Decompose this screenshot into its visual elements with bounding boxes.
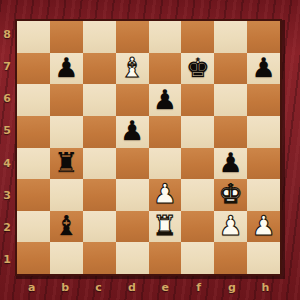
square-h8[interactable] (247, 21, 280, 53)
square-a6[interactable] (17, 84, 50, 116)
square-f4[interactable] (181, 148, 214, 180)
square-e7[interactable] (149, 53, 182, 85)
rank-label-4: 4 (0, 157, 14, 170)
square-b4[interactable]: ♜ (50, 148, 83, 180)
rank-label-8: 8 (0, 28, 14, 41)
square-g6[interactable] (214, 84, 247, 116)
square-g5[interactable] (214, 116, 247, 148)
square-c3[interactable] (83, 179, 116, 211)
square-e5[interactable] (149, 116, 182, 148)
square-h3[interactable] (247, 179, 280, 211)
square-h4[interactable] (247, 148, 280, 180)
square-d6[interactable] (116, 84, 149, 116)
square-h6[interactable] (247, 84, 280, 116)
square-b5[interactable] (50, 116, 83, 148)
square-h1[interactable] (247, 242, 280, 274)
square-b3[interactable] (50, 179, 83, 211)
square-b8[interactable] (50, 21, 83, 53)
file-label-c: c (88, 281, 108, 294)
square-b1[interactable] (50, 242, 83, 274)
rank-label-7: 7 (0, 60, 14, 73)
square-d8[interactable] (116, 21, 149, 53)
piece-black-bishop-b2[interactable]: ♝ (54, 212, 78, 239)
square-a8[interactable] (17, 21, 50, 53)
file-label-f: f (189, 281, 209, 294)
square-h7[interactable]: ♟ (247, 53, 280, 85)
square-g7[interactable] (214, 53, 247, 85)
rank-label-1: 1 (0, 253, 14, 266)
square-c2[interactable] (83, 211, 116, 243)
square-b6[interactable] (50, 84, 83, 116)
square-d4[interactable] (116, 148, 149, 180)
square-b2[interactable]: ♝ (50, 211, 83, 243)
piece-black-pawn-d5[interactable]: ♟ (120, 117, 144, 144)
square-f3[interactable] (181, 179, 214, 211)
square-f6[interactable] (181, 84, 214, 116)
piece-black-pawn-b7[interactable]: ♟ (54, 54, 78, 81)
square-a2[interactable] (17, 211, 50, 243)
piece-black-king-f7[interactable]: ♚ (186, 54, 210, 81)
piece-white-pawn-g2[interactable]: ♟ (219, 212, 243, 239)
square-f7[interactable]: ♚ (181, 53, 214, 85)
square-c8[interactable] (83, 21, 116, 53)
square-a5[interactable] (17, 116, 50, 148)
piece-white-rook-e2[interactable]: ♜ (153, 212, 177, 239)
square-d1[interactable] (116, 242, 149, 274)
square-a3[interactable] (17, 179, 50, 211)
square-a4[interactable] (17, 148, 50, 180)
rank-label-3: 3 (0, 189, 14, 202)
file-label-g: g (222, 281, 242, 294)
square-f2[interactable] (181, 211, 214, 243)
rank-label-5: 5 (0, 124, 14, 137)
square-d5[interactable]: ♟ (116, 116, 149, 148)
square-h2[interactable]: ♟ (247, 211, 280, 243)
square-a7[interactable] (17, 53, 50, 85)
piece-black-rook-b4[interactable]: ♜ (54, 149, 78, 176)
square-a1[interactable] (17, 242, 50, 274)
square-g3[interactable]: ♚ (214, 179, 247, 211)
square-g8[interactable] (214, 21, 247, 53)
square-g2[interactable]: ♟ (214, 211, 247, 243)
file-label-h: h (255, 281, 275, 294)
square-c7[interactable] (83, 53, 116, 85)
square-c6[interactable] (83, 84, 116, 116)
piece-black-pawn-h7[interactable]: ♟ (251, 54, 275, 81)
chess-diagram: ♟♝♚♟♟♟♜♟♟♚♝♜♟♟ 87654321abcdefgh (0, 0, 300, 300)
square-b7[interactable]: ♟ (50, 53, 83, 85)
square-f1[interactable] (181, 242, 214, 274)
file-label-e: e (155, 281, 175, 294)
rank-label-6: 6 (0, 92, 14, 105)
piece-white-bishop-d7[interactable]: ♝ (120, 54, 144, 81)
chess-board: ♟♝♚♟♟♟♜♟♟♚♝♜♟♟ (15, 19, 282, 276)
square-g4[interactable]: ♟ (214, 148, 247, 180)
piece-white-pawn-e3[interactable]: ♟ (153, 180, 177, 207)
square-d3[interactable] (116, 179, 149, 211)
square-e6[interactable]: ♟ (149, 84, 182, 116)
square-g1[interactable] (214, 242, 247, 274)
square-e3[interactable]: ♟ (149, 179, 182, 211)
square-e1[interactable] (149, 242, 182, 274)
piece-black-pawn-g4[interactable]: ♟ (219, 149, 243, 176)
file-label-a: a (22, 281, 42, 294)
file-label-b: b (55, 281, 75, 294)
rank-label-2: 2 (0, 221, 14, 234)
square-f5[interactable] (181, 116, 214, 148)
piece-white-king-g3[interactable]: ♚ (219, 180, 243, 207)
square-f8[interactable] (181, 21, 214, 53)
square-e4[interactable] (149, 148, 182, 180)
piece-black-pawn-e6[interactable]: ♟ (153, 86, 177, 113)
piece-white-pawn-h2[interactable]: ♟ (251, 212, 275, 239)
square-e8[interactable] (149, 21, 182, 53)
square-c4[interactable] (83, 148, 116, 180)
file-label-d: d (122, 281, 142, 294)
square-e2[interactable]: ♜ (149, 211, 182, 243)
square-d7[interactable]: ♝ (116, 53, 149, 85)
square-c1[interactable] (83, 242, 116, 274)
square-c5[interactable] (83, 116, 116, 148)
square-d2[interactable] (116, 211, 149, 243)
square-h5[interactable] (247, 116, 280, 148)
